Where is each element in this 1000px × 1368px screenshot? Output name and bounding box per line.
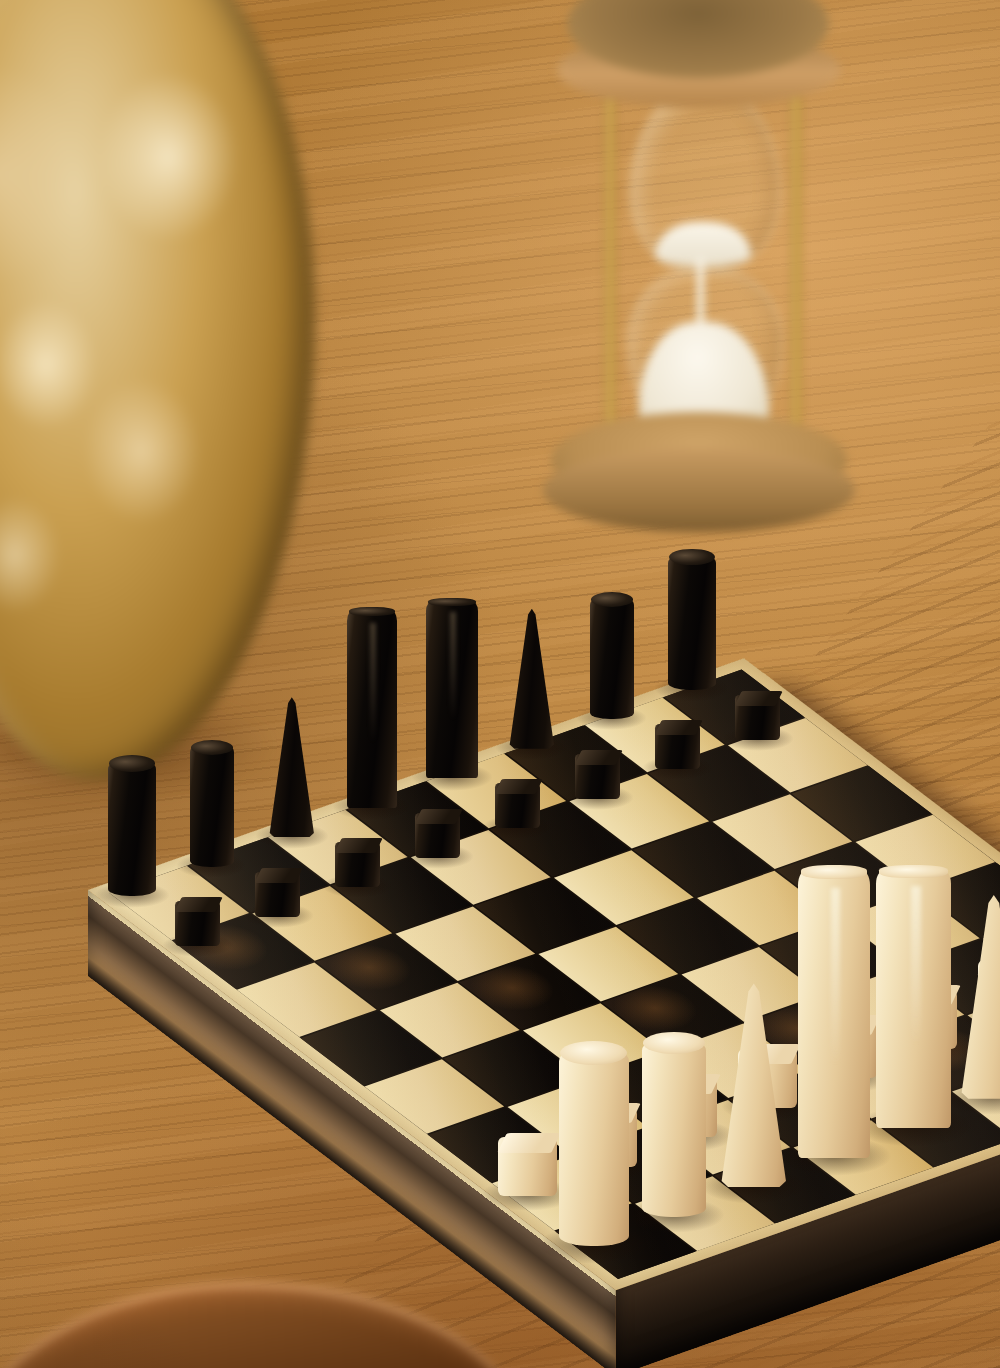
black-pawn-f7 xyxy=(575,754,620,799)
hourglass xyxy=(545,0,855,545)
white-queen-d1 xyxy=(798,868,870,1157)
black-knight-g8 xyxy=(590,595,634,719)
black-queen-d8 xyxy=(347,609,397,808)
black-pawn-a7 xyxy=(175,901,220,946)
black-pawn-b7 xyxy=(255,872,300,917)
black-king-e8 xyxy=(426,600,478,778)
black-bishop-f8 xyxy=(509,609,555,749)
hourglass-base-rim xyxy=(543,448,855,532)
black-pawn-e7 xyxy=(495,783,540,828)
photo-of-chess-set-scene: { "game": "chess", "scene_description": … xyxy=(0,0,1000,1368)
black-pawn-h7 xyxy=(735,695,780,740)
black-pawn-g7 xyxy=(655,724,700,769)
black-rook-h8 xyxy=(668,552,716,690)
white-pawn-a2 xyxy=(498,1137,557,1196)
white-rook-a1 xyxy=(559,1045,629,1246)
black-pawn-d7 xyxy=(415,813,460,858)
hourglass-rod-left-icon xyxy=(605,66,615,438)
black-pawn-c7 xyxy=(335,842,380,887)
black-knight-b8 xyxy=(190,742,234,866)
white-king-e1 xyxy=(876,868,951,1128)
black-rook-a8 xyxy=(108,758,156,896)
white-knight-b1 xyxy=(642,1036,706,1217)
black-bishop-c8 xyxy=(269,697,315,837)
hourglass-rod-right-icon xyxy=(791,66,801,438)
